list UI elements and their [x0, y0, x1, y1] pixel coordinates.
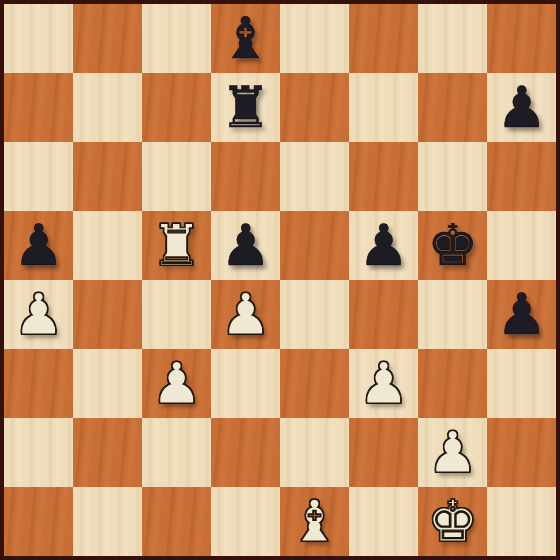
square-h2[interactable] [487, 418, 556, 487]
piece-white-rook[interactable]: ♜ [151, 211, 202, 280]
square-f8[interactable] [349, 4, 418, 73]
square-b2[interactable] [73, 418, 142, 487]
square-f1[interactable] [349, 487, 418, 556]
square-h5[interactable] [487, 211, 556, 280]
chess-board: ♝♜♟♟♜♟♟♚♟♟♟♟♟♟♝♚ [0, 0, 560, 560]
square-b1[interactable] [73, 487, 142, 556]
square-d3[interactable] [211, 349, 280, 418]
square-d8[interactable]: ♝ [211, 4, 280, 73]
square-h6[interactable] [487, 142, 556, 211]
square-e5[interactable] [280, 211, 349, 280]
square-a3[interactable] [4, 349, 73, 418]
square-b7[interactable] [73, 73, 142, 142]
square-a5[interactable]: ♟ [4, 211, 73, 280]
square-b8[interactable] [73, 4, 142, 73]
square-h1[interactable] [487, 487, 556, 556]
piece-white-pawn[interactable]: ♟ [13, 280, 64, 349]
piece-white-king[interactable]: ♚ [427, 487, 478, 556]
square-d5[interactable]: ♟ [211, 211, 280, 280]
square-f7[interactable] [349, 73, 418, 142]
square-d1[interactable] [211, 487, 280, 556]
square-b3[interactable] [73, 349, 142, 418]
square-g1[interactable]: ♚ [418, 487, 487, 556]
square-h4[interactable]: ♟ [487, 280, 556, 349]
piece-black-bishop[interactable]: ♝ [220, 4, 271, 73]
square-g8[interactable] [418, 4, 487, 73]
square-f6[interactable] [349, 142, 418, 211]
square-c7[interactable] [142, 73, 211, 142]
piece-white-pawn[interactable]: ♟ [220, 280, 271, 349]
piece-black-pawn[interactable]: ♟ [220, 211, 271, 280]
square-c2[interactable] [142, 418, 211, 487]
square-g6[interactable] [418, 142, 487, 211]
piece-black-pawn[interactable]: ♟ [496, 280, 547, 349]
piece-white-pawn[interactable]: ♟ [358, 349, 409, 418]
square-a6[interactable] [4, 142, 73, 211]
square-e3[interactable] [280, 349, 349, 418]
square-f3[interactable]: ♟ [349, 349, 418, 418]
square-c8[interactable] [142, 4, 211, 73]
square-a2[interactable] [4, 418, 73, 487]
square-d6[interactable] [211, 142, 280, 211]
square-g3[interactable] [418, 349, 487, 418]
piece-white-pawn[interactable]: ♟ [151, 349, 202, 418]
square-d4[interactable]: ♟ [211, 280, 280, 349]
square-a4[interactable]: ♟ [4, 280, 73, 349]
square-e1[interactable]: ♝ [280, 487, 349, 556]
square-c3[interactable]: ♟ [142, 349, 211, 418]
square-g5[interactable]: ♚ [418, 211, 487, 280]
square-g2[interactable]: ♟ [418, 418, 487, 487]
square-g4[interactable] [418, 280, 487, 349]
piece-black-pawn[interactable]: ♟ [13, 211, 64, 280]
square-c1[interactable] [142, 487, 211, 556]
piece-black-pawn[interactable]: ♟ [358, 211, 409, 280]
piece-white-bishop[interactable]: ♝ [289, 487, 340, 556]
square-a8[interactable] [4, 4, 73, 73]
square-b4[interactable] [73, 280, 142, 349]
square-f2[interactable] [349, 418, 418, 487]
square-e8[interactable] [280, 4, 349, 73]
square-e7[interactable] [280, 73, 349, 142]
piece-white-pawn[interactable]: ♟ [427, 418, 478, 487]
square-e6[interactable] [280, 142, 349, 211]
square-a7[interactable] [4, 73, 73, 142]
square-h3[interactable] [487, 349, 556, 418]
square-e2[interactable] [280, 418, 349, 487]
square-g7[interactable] [418, 73, 487, 142]
piece-black-pawn[interactable]: ♟ [496, 73, 547, 142]
square-c4[interactable] [142, 280, 211, 349]
square-b5[interactable] [73, 211, 142, 280]
square-c6[interactable] [142, 142, 211, 211]
square-e4[interactable] [280, 280, 349, 349]
square-b6[interactable] [73, 142, 142, 211]
square-d7[interactable]: ♜ [211, 73, 280, 142]
piece-black-rook[interactable]: ♜ [220, 73, 271, 142]
screenshot-stage: ♝♜♟♟♜♟♟♚♟♟♟♟♟♟♝♚ [0, 0, 560, 560]
square-f5[interactable]: ♟ [349, 211, 418, 280]
square-d2[interactable] [211, 418, 280, 487]
piece-black-king[interactable]: ♚ [427, 211, 478, 280]
square-a1[interactable] [4, 487, 73, 556]
square-f4[interactable] [349, 280, 418, 349]
square-c5[interactable]: ♜ [142, 211, 211, 280]
square-h7[interactable]: ♟ [487, 73, 556, 142]
square-h8[interactable] [487, 4, 556, 73]
